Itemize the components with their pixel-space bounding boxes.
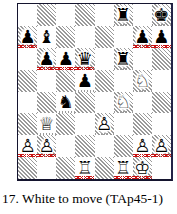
- square-h4: [152, 92, 171, 114]
- square-f7: [114, 26, 133, 48]
- square-e2: [95, 135, 114, 157]
- square-b2: ♙: [37, 135, 56, 157]
- square-c8: [56, 4, 75, 26]
- black-knight-c4: ♞: [56, 92, 75, 114]
- square-e3: ♙: [95, 113, 114, 135]
- square-f2: [114, 135, 133, 157]
- square-g8: [133, 4, 152, 26]
- square-f4: ♘: [114, 92, 133, 114]
- square-b3: ♕: [37, 113, 56, 135]
- square-e7: [95, 26, 114, 48]
- square-e5: [95, 70, 114, 92]
- square-g7: ♟: [133, 26, 152, 48]
- square-f5: [114, 70, 133, 92]
- square-f3: [114, 113, 133, 135]
- square-g4: [133, 92, 152, 114]
- square-h7: ♟: [152, 26, 171, 48]
- square-b1: [37, 157, 56, 179]
- square-h6: [152, 48, 171, 70]
- square-c5: [56, 70, 75, 92]
- square-f6: ♜: [114, 48, 133, 70]
- black-rook-f8: ♜: [114, 4, 133, 26]
- square-c7: [56, 26, 75, 48]
- square-h3: [152, 113, 171, 135]
- square-d3: [75, 113, 94, 135]
- square-a7: ♟: [18, 26, 37, 48]
- red-squiggle-underline-f1: [114, 176, 133, 179]
- square-e8: [95, 4, 114, 26]
- square-d8: [75, 4, 94, 26]
- square-g3: [133, 113, 152, 135]
- square-d7: [75, 26, 94, 48]
- white-knight-g5: ♘: [133, 70, 152, 92]
- square-e1: [95, 157, 114, 179]
- square-b8: [37, 4, 56, 26]
- square-d1: ♖: [75, 157, 94, 179]
- square-f8: ♜: [114, 4, 133, 26]
- black-king-h8: ♚: [152, 4, 171, 26]
- square-e4: [95, 92, 114, 114]
- square-a3: [18, 113, 37, 135]
- diagram-caption: 17. White to move (TAp45-1): [2, 191, 175, 207]
- square-h1: [152, 157, 171, 179]
- white-pawn-e3: ♙: [95, 113, 114, 135]
- square-d5: ♟: [75, 70, 94, 92]
- square-d4: [75, 92, 94, 114]
- white-queen-b3: ♕: [37, 113, 56, 135]
- square-c3: [56, 113, 75, 135]
- square-a2: ♙: [18, 135, 37, 157]
- square-h8: ♚: [152, 4, 171, 26]
- white-knight-f4: ♘: [114, 92, 133, 114]
- black-bishop-b7: ♝: [37, 26, 56, 48]
- chess-board: ♜♚♟♝♟♟♟♟♛♜♟♘♞♘♕♙♙♙♙♙♖♖♔: [17, 3, 173, 181]
- square-e6: [95, 48, 114, 70]
- square-h5: [152, 70, 171, 92]
- square-h2: ♙: [152, 135, 171, 157]
- square-b5: [37, 70, 56, 92]
- square-b6: ♟: [37, 48, 56, 70]
- square-d2: [75, 135, 94, 157]
- square-f1: ♖: [114, 157, 133, 179]
- square-a4: [18, 92, 37, 114]
- square-a6: [18, 48, 37, 70]
- square-c4: ♞: [56, 92, 75, 114]
- square-a1: [18, 157, 37, 179]
- square-g1: ♔: [133, 157, 152, 179]
- square-c6: ♟: [56, 48, 75, 70]
- square-g2: ♙: [133, 135, 152, 157]
- square-g5: ♘: [133, 70, 152, 92]
- square-a8: [18, 4, 37, 26]
- square-g6: [133, 48, 152, 70]
- square-c1: [56, 157, 75, 179]
- red-squiggle-underline-g1: [133, 176, 152, 179]
- square-d6: ♛: [75, 48, 94, 70]
- square-b4: [37, 92, 56, 114]
- chess-diagram-figure: ♜♚♟♝♟♟♟♟♛♜♟♘♞♘♕♙♙♙♙♙♖♖♔ 17. White to mov…: [0, 0, 177, 214]
- square-c2: [56, 135, 75, 157]
- black-rook-f6: ♜: [114, 48, 133, 70]
- square-a5: [18, 70, 37, 92]
- square-b7: ♝: [37, 26, 56, 48]
- black-pawn-d5: ♟: [75, 70, 94, 92]
- red-squiggle-underline-d1: [75, 176, 94, 179]
